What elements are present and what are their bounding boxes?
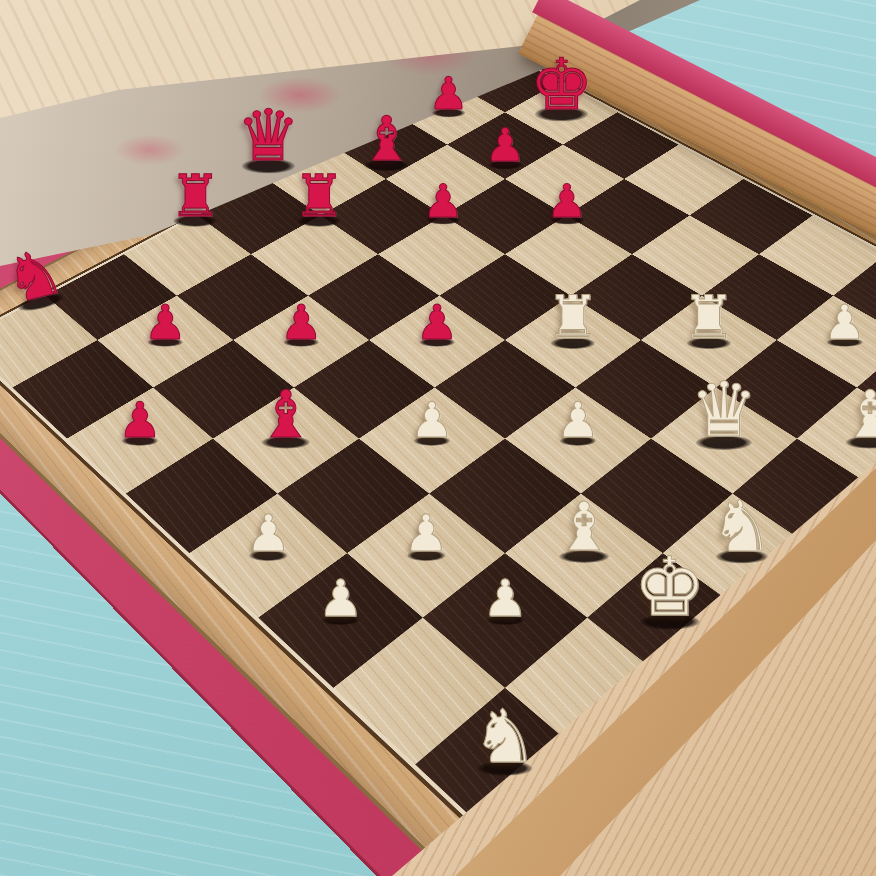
piece-white-pawn-a3[interactable]: ♟ <box>318 573 364 624</box>
piece-white-knight-a1[interactable]: ♞ <box>472 699 538 773</box>
piece-white-rook-f3[interactable]: ♜ <box>682 287 736 347</box>
piece-white-bishop-f1[interactable]: ♝ <box>841 381 876 446</box>
piece-red-pawn-f6[interactable]: ♟ <box>484 122 525 168</box>
piece-white-pawn-b3[interactable]: ♟ <box>403 508 449 559</box>
piece-red-queen-d8[interactable]: ♛ <box>236 100 300 171</box>
piece-white-king-c1[interactable]: ♚ <box>633 546 706 627</box>
piece-red-rook-c8[interactable]: ♜ <box>169 167 221 225</box>
piece-red-bishop-b5[interactable]: ♝ <box>257 381 315 446</box>
piece-red-pawn-a6[interactable]: ♟ <box>118 395 162 444</box>
piece-red-pawn-c6[interactable]: ♟ <box>280 298 323 346</box>
piece-red-pawn-f7[interactable]: ♟ <box>428 71 468 116</box>
piece-white-queen-e2[interactable]: ♛ <box>690 372 758 448</box>
piece-white-pawn-a4[interactable]: ♟ <box>245 508 291 559</box>
piece-red-bishop-e7[interactable]: ♝ <box>359 109 414 170</box>
piece-white-bishop-c2[interactable]: ♝ <box>554 494 614 561</box>
piece-white-rook-e4[interactable]: ♜ <box>546 287 600 347</box>
piece-white-pawn-g2[interactable]: ♟ <box>823 298 866 346</box>
piece-red-pawn-d5[interactable]: ♟ <box>416 298 459 346</box>
piece-red-pawn-e6[interactable]: ♟ <box>422 177 463 223</box>
piece-red-pawn-f5[interactable]: ♟ <box>546 177 587 223</box>
photo-scene: JEUX RoMaT ♚♛♜♜♝♝♟♟♟♟♟♟♟♟♚♛♜♜♝♝♞♞♟♟♟♟♟♟♟… <box>0 0 876 876</box>
piece-white-pawn-c4[interactable]: ♟ <box>410 395 454 444</box>
piece-white-knight-d1[interactable]: ♞ <box>710 491 774 562</box>
piece-red-pawn-b7[interactable]: ♟ <box>144 298 187 346</box>
piece-red-rook-d7[interactable]: ♜ <box>293 167 345 225</box>
piece-red-king-g6[interactable]: ♚ <box>530 48 594 119</box>
piece-white-pawn-d3[interactable]: ♟ <box>556 395 600 444</box>
piece-white-pawn-b2[interactable]: ♟ <box>482 573 528 624</box>
